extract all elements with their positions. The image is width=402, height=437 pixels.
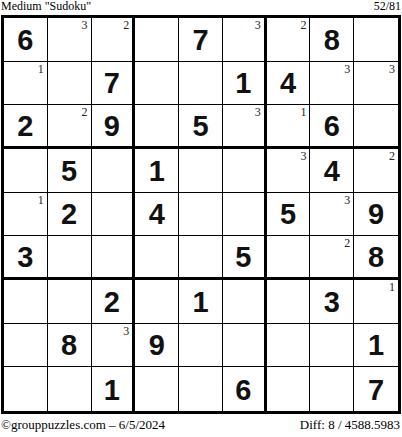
- pencil-mark: 1: [38, 193, 44, 207]
- cell-r5c7[interactable]: 5: [267, 193, 311, 237]
- cell-r4c5[interactable]: [179, 149, 223, 193]
- pencil-mark: 2: [344, 236, 350, 250]
- cell-r7c9[interactable]: 1: [354, 280, 398, 324]
- cell-digit: 8: [61, 331, 77, 360]
- cell-r3c3[interactable]: 9: [92, 105, 136, 149]
- cell-r3c9[interactable]: [354, 105, 398, 149]
- cell-r5c1[interactable]: 1: [4, 193, 48, 237]
- cell-r1c2[interactable]: 3: [48, 18, 92, 62]
- cell-r5c9[interactable]: 9: [354, 193, 398, 237]
- cell-r9c4[interactable]: [135, 367, 179, 411]
- pencil-mark: 1: [300, 105, 306, 119]
- pencil-mark: 2: [389, 149, 395, 163]
- cell-r8c7[interactable]: [267, 324, 311, 368]
- cell-digit: 4: [149, 200, 165, 229]
- cell-r1c1[interactable]: 6: [4, 18, 48, 62]
- cell-digit: 7: [104, 69, 120, 98]
- cell-digit: 1: [104, 376, 120, 405]
- pencil-mark: 3: [344, 62, 350, 76]
- cell-r6c1[interactable]: 3: [4, 236, 48, 280]
- cell-digit: 4: [324, 157, 340, 186]
- pencil-mark: 2: [123, 18, 129, 32]
- cell-r1c9[interactable]: [354, 18, 398, 62]
- cell-digit: 9: [104, 112, 120, 141]
- cell-r3c8[interactable]: 6: [310, 105, 354, 149]
- cell-r7c4[interactable]: [135, 280, 179, 324]
- cell-digit: 4: [280, 69, 296, 98]
- cell-r8c4[interactable]: 9: [135, 324, 179, 368]
- cell-digit: 1: [368, 331, 384, 360]
- cell-r1c5[interactable]: 7: [179, 18, 223, 62]
- copyright-text: ©grouppuzzles.com – 6/5/2024: [1, 417, 165, 432]
- pencil-mark: 3: [255, 105, 261, 119]
- pencil-mark: 3: [82, 18, 88, 32]
- cell-r7c3[interactable]: 2: [92, 280, 136, 324]
- cell-r4c3[interactable]: [92, 149, 136, 193]
- pencil-mark: 1: [389, 280, 395, 294]
- difficulty-text: Diff: 8 / 4588.5983: [300, 417, 400, 432]
- cell-r2c7[interactable]: 4: [267, 62, 311, 106]
- cell-digit: 9: [368, 200, 384, 229]
- pencil-mark: 3: [255, 18, 261, 32]
- pencil-mark: 1: [38, 62, 44, 76]
- cell-digit: 7: [192, 26, 208, 55]
- cell-r7c1[interactable]: [4, 280, 48, 324]
- pencil-mark: 3: [123, 324, 129, 338]
- cell-r2c9[interactable]: 3: [354, 62, 398, 106]
- cell-r4c8[interactable]: 4: [310, 149, 354, 193]
- pencil-mark: 3: [389, 62, 395, 76]
- cell-digit: 8: [324, 26, 340, 55]
- cell-digit: 2: [17, 112, 33, 141]
- cell-r9c9[interactable]: 7: [354, 367, 398, 411]
- cell-r9c1[interactable]: [4, 367, 48, 411]
- progress-counter: 52/81: [374, 0, 401, 13]
- cell-r4c4[interactable]: 1: [135, 149, 179, 193]
- cell-digit: 5: [61, 157, 77, 186]
- cell-r9c7[interactable]: [267, 367, 311, 411]
- cell-r9c3[interactable]: 1: [92, 367, 136, 411]
- cell-r7c8[interactable]: 3: [310, 280, 354, 324]
- cell-r5c6[interactable]: [223, 193, 267, 237]
- cell-r3c1[interactable]: 2: [4, 105, 48, 149]
- cell-r7c6[interactable]: [223, 280, 267, 324]
- cell-digit: 6: [324, 112, 340, 141]
- cell-r8c3[interactable]: 3: [92, 324, 136, 368]
- cell-r2c6[interactable]: 1: [223, 62, 267, 106]
- cell-digit: 2: [104, 288, 120, 317]
- cell-r3c4[interactable]: [135, 105, 179, 149]
- cell-r2c3[interactable]: 7: [92, 62, 136, 106]
- cell-digit: 3: [324, 288, 340, 317]
- cell-digit: 5: [280, 200, 296, 229]
- cell-r2c2[interactable]: [48, 62, 92, 106]
- cell-r6c2[interactable]: [48, 236, 92, 280]
- cell-r3c5[interactable]: 5: [179, 105, 223, 149]
- cell-r5c5[interactable]: [179, 193, 223, 237]
- cell-r5c4[interactable]: 4: [135, 193, 179, 237]
- cell-digit: 6: [17, 26, 33, 55]
- cell-r4c1[interactable]: [4, 149, 48, 193]
- cell-r9c2[interactable]: [48, 367, 92, 411]
- pencil-mark: 2: [82, 105, 88, 119]
- cell-digit: 5: [235, 243, 251, 272]
- cell-r6c6[interactable]: 5: [223, 236, 267, 280]
- cell-r4c7[interactable]: 3: [267, 149, 311, 193]
- cell-r3c2[interactable]: 2: [48, 105, 92, 149]
- cell-r6c7[interactable]: [267, 236, 311, 280]
- cell-r6c8[interactable]: 2: [310, 236, 354, 280]
- cell-r4c2[interactable]: 5: [48, 149, 92, 193]
- cell-r2c8[interactable]: 3: [310, 62, 354, 106]
- page-header: Medium "Sudoku" 52/81: [0, 0, 402, 15]
- cell-r8c5[interactable]: [179, 324, 223, 368]
- cell-r6c3[interactable]: [92, 236, 136, 280]
- cell-r5c3[interactable]: [92, 193, 136, 237]
- cell-r8c8[interactable]: [310, 324, 354, 368]
- cell-digit: 3: [17, 243, 33, 272]
- cell-digit: 1: [235, 69, 251, 98]
- cell-r2c5[interactable]: [179, 62, 223, 106]
- cell-r6c4[interactable]: [135, 236, 179, 280]
- puzzle-title: Medium "Sudoku": [1, 0, 91, 13]
- cell-r1c3[interactable]: 2: [92, 18, 136, 62]
- cell-r8c1[interactable]: [4, 324, 48, 368]
- cell-r4c9[interactable]: 2: [354, 149, 398, 193]
- cell-r8c9[interactable]: 1: [354, 324, 398, 368]
- cell-r2c1[interactable]: 1: [4, 62, 48, 106]
- cell-r2c4[interactable]: [135, 62, 179, 106]
- pencil-mark: 3: [300, 149, 306, 163]
- cell-digit: 8: [368, 243, 384, 272]
- cell-digit: 6: [235, 376, 251, 405]
- cell-r8c6[interactable]: [223, 324, 267, 368]
- cell-r5c2[interactable]: 2: [48, 193, 92, 237]
- cell-digit: 1: [149, 157, 165, 186]
- cell-r5c8[interactable]: 3: [310, 193, 354, 237]
- cell-digit: 7: [368, 376, 384, 405]
- cell-r9c5[interactable]: [179, 367, 223, 411]
- cell-r1c8[interactable]: 8: [310, 18, 354, 62]
- cell-r9c8[interactable]: [310, 367, 354, 411]
- page-footer: ©grouppuzzles.com – 6/5/2024 Diff: 8 / 4…: [0, 417, 402, 432]
- cell-r1c4[interactable]: [135, 18, 179, 62]
- pencil-mark: 2: [300, 18, 306, 32]
- cell-r1c7[interactable]: 2: [267, 18, 311, 62]
- cell-digit: 9: [149, 331, 165, 360]
- cell-digit: 1: [192, 288, 208, 317]
- cell-digit: 5: [192, 112, 208, 141]
- cell-r3c6[interactable]: 3: [223, 105, 267, 149]
- cell-r7c2[interactable]: [48, 280, 92, 324]
- cell-r8c2[interactable]: 8: [48, 324, 92, 368]
- cell-r6c5[interactable]: [179, 236, 223, 280]
- cell-digit: 2: [61, 200, 77, 229]
- pencil-mark: 3: [344, 193, 350, 207]
- cell-r3c7[interactable]: 1: [267, 105, 311, 149]
- cell-r6c9[interactable]: 8: [354, 236, 398, 280]
- cell-r9c6[interactable]: 6: [223, 367, 267, 411]
- cell-r1c6[interactable]: 3: [223, 18, 267, 62]
- cell-r7c5[interactable]: 1: [179, 280, 223, 324]
- sudoku-board: 6327328171433229531651342124539352821318…: [1, 15, 401, 414]
- cell-r4c6[interactable]: [223, 149, 267, 193]
- cell-r7c7[interactable]: [267, 280, 311, 324]
